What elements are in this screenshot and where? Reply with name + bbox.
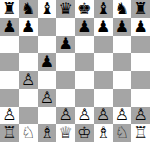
square-b5[interactable] [19,53,38,71]
square-a1[interactable]: ♖ [0,124,19,142]
piece-black-pawn: ♟ [133,18,147,34]
square-e5[interactable] [75,53,94,71]
piece-black-pawn: ♟ [2,18,16,34]
square-b8[interactable]: ♞ [19,0,38,18]
square-d6[interactable]: ♟ [56,36,75,54]
square-d8[interactable]: ♛ [56,0,75,18]
square-b4[interactable]: ♙ [19,71,38,89]
square-g2[interactable]: ♙ [113,107,132,125]
square-b6[interactable] [19,36,38,54]
piece-black-pawn: ♟ [96,18,110,34]
square-f6[interactable] [94,36,113,54]
piece-black-pawn: ♟ [77,18,91,34]
piece-black-pawn: ♟ [58,36,72,52]
square-b2[interactable] [19,107,38,125]
piece-white-pawn: ♙ [58,107,72,123]
piece-white-pawn: ♙ [115,107,129,123]
square-c2[interactable] [38,107,57,125]
piece-white-bishop: ♗ [40,125,54,141]
square-g7[interactable]: ♟ [113,18,132,36]
chess-board: ♜♞♝♛♚♝♞♜♟♟♟♟♟♟♟♟♙♙♙♙♙♙♙♙♖♘♗♕♔♗♘♖ [0,0,150,142]
square-f3[interactable] [94,89,113,107]
square-f8[interactable]: ♝ [94,0,113,18]
square-f7[interactable]: ♟ [94,18,113,36]
piece-white-pawn: ♙ [96,107,110,123]
square-g8[interactable]: ♞ [113,0,132,18]
square-b3[interactable] [19,89,38,107]
square-d7[interactable] [56,18,75,36]
piece-black-bishop: ♝ [96,0,110,16]
square-h1[interactable]: ♖ [131,124,150,142]
square-f2[interactable]: ♙ [94,107,113,125]
square-c8[interactable]: ♝ [38,0,57,18]
square-a4[interactable] [0,71,19,89]
square-h7[interactable]: ♟ [131,18,150,36]
piece-white-bishop: ♗ [96,125,110,141]
square-f4[interactable] [94,71,113,89]
square-e6[interactable] [75,36,94,54]
square-e2[interactable]: ♙ [75,107,94,125]
square-h2[interactable]: ♙ [131,107,150,125]
piece-black-king: ♚ [77,0,91,16]
square-d4[interactable] [56,71,75,89]
piece-black-queen: ♛ [58,0,72,16]
square-e4[interactable] [75,71,94,89]
piece-white-pawn: ♙ [21,71,35,87]
square-b1[interactable]: ♘ [19,124,38,142]
chess-board-container: ♜♞♝♛♚♝♞♜♟♟♟♟♟♟♟♟♙♙♙♙♙♙♙♙♖♘♗♕♔♗♘♖ [0,0,150,143]
piece-black-pawn: ♟ [40,54,54,70]
square-c6[interactable] [38,36,57,54]
square-a8[interactable]: ♜ [0,0,19,18]
piece-white-rook: ♖ [133,125,147,141]
square-h6[interactable] [131,36,150,54]
square-g6[interactable] [113,36,132,54]
square-h3[interactable] [131,89,150,107]
piece-black-knight: ♞ [115,0,129,16]
piece-black-pawn: ♟ [115,18,129,34]
piece-white-knight: ♘ [115,125,129,141]
piece-black-pawn: ♟ [21,18,35,34]
piece-black-rook: ♜ [133,0,147,16]
piece-white-queen: ♕ [58,125,72,141]
piece-white-pawn: ♙ [40,89,54,105]
square-c1[interactable]: ♗ [38,124,57,142]
square-h4[interactable] [131,71,150,89]
piece-black-rook: ♜ [2,0,16,16]
square-h8[interactable]: ♜ [131,0,150,18]
square-d2[interactable]: ♙ [56,107,75,125]
piece-white-knight: ♘ [21,125,35,141]
square-a7[interactable]: ♟ [0,18,19,36]
square-g4[interactable] [113,71,132,89]
square-a5[interactable] [0,53,19,71]
square-e8[interactable]: ♚ [75,0,94,18]
square-e1[interactable]: ♔ [75,124,94,142]
square-e7[interactable]: ♟ [75,18,94,36]
piece-white-pawn: ♙ [2,107,16,123]
square-c3[interactable]: ♙ [38,89,57,107]
square-a2[interactable]: ♙ [0,107,19,125]
piece-white-pawn: ♙ [77,107,91,123]
square-d1[interactable]: ♕ [56,124,75,142]
square-g3[interactable] [113,89,132,107]
piece-white-pawn: ♙ [133,107,147,123]
square-c4[interactable] [38,71,57,89]
square-a6[interactable] [0,36,19,54]
piece-white-rook: ♖ [2,125,16,141]
square-c5[interactable]: ♟ [38,53,57,71]
square-d5[interactable] [56,53,75,71]
square-e3[interactable] [75,89,94,107]
square-h5[interactable] [131,53,150,71]
square-f1[interactable]: ♗ [94,124,113,142]
piece-black-bishop: ♝ [40,0,54,16]
square-a3[interactable] [0,89,19,107]
piece-black-knight: ♞ [21,0,35,16]
square-b7[interactable]: ♟ [19,18,38,36]
square-g1[interactable]: ♘ [113,124,132,142]
square-f5[interactable] [94,53,113,71]
piece-white-king: ♔ [77,125,91,141]
square-g5[interactable] [113,53,132,71]
square-c7[interactable] [38,18,57,36]
square-d3[interactable] [56,89,75,107]
